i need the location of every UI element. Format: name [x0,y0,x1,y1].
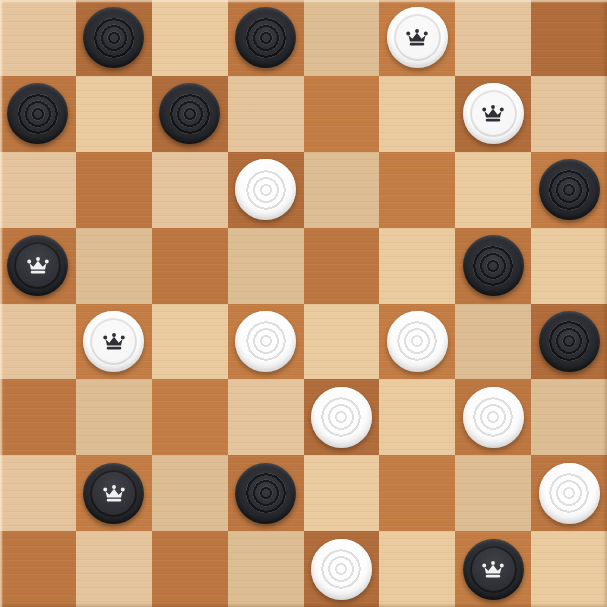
white-man-h2[interactable] [539,463,600,524]
square-c1[interactable] [152,531,228,607]
black-king-g1[interactable] [463,539,524,600]
square-b1[interactable] [76,531,152,607]
square-e8[interactable] [304,0,380,76]
square-d6[interactable] [228,152,304,228]
square-d8[interactable] [228,0,304,76]
square-e4[interactable] [304,304,380,380]
square-e1[interactable] [304,531,380,607]
black-man-a7[interactable] [7,83,68,144]
square-h8[interactable] [531,0,607,76]
crown-icon [102,484,126,503]
square-a1[interactable] [0,531,76,607]
crown-icon [26,256,50,275]
square-h7[interactable] [531,76,607,152]
square-c7[interactable] [152,76,228,152]
square-g7[interactable] [455,76,531,152]
square-h2[interactable] [531,455,607,531]
square-h3[interactable] [531,379,607,455]
black-man-d2[interactable] [235,463,296,524]
crown-icon [102,332,126,351]
crown-icon [481,560,505,579]
black-king-a5[interactable] [7,235,68,296]
square-h1[interactable] [531,531,607,607]
square-c8[interactable] [152,0,228,76]
square-f3[interactable] [379,379,455,455]
square-b2[interactable] [76,455,152,531]
square-d5[interactable] [228,228,304,304]
white-man-d4[interactable] [235,311,296,372]
square-b7[interactable] [76,76,152,152]
square-g8[interactable] [455,0,531,76]
square-g3[interactable] [455,379,531,455]
square-g5[interactable] [455,228,531,304]
square-g6[interactable] [455,152,531,228]
square-e5[interactable] [304,228,380,304]
square-a5[interactable] [0,228,76,304]
white-man-f4[interactable] [387,311,448,372]
square-b6[interactable] [76,152,152,228]
square-d3[interactable] [228,379,304,455]
square-a2[interactable] [0,455,76,531]
checkers-board [0,0,607,607]
square-c3[interactable] [152,379,228,455]
square-b5[interactable] [76,228,152,304]
black-man-d8[interactable] [235,7,296,68]
square-a8[interactable] [0,0,76,76]
square-c2[interactable] [152,455,228,531]
square-b4[interactable] [76,304,152,380]
square-f2[interactable] [379,455,455,531]
square-f5[interactable] [379,228,455,304]
square-c4[interactable] [152,304,228,380]
square-d2[interactable] [228,455,304,531]
square-e7[interactable] [304,76,380,152]
square-e2[interactable] [304,455,380,531]
square-c5[interactable] [152,228,228,304]
black-man-h4[interactable] [539,311,600,372]
white-king-g7[interactable] [463,83,524,144]
square-d4[interactable] [228,304,304,380]
square-g2[interactable] [455,455,531,531]
square-d1[interactable] [228,531,304,607]
square-a3[interactable] [0,379,76,455]
black-man-c7[interactable] [159,83,220,144]
crown-icon [405,28,429,47]
square-h4[interactable] [531,304,607,380]
white-man-e1[interactable] [311,539,372,600]
square-e3[interactable] [304,379,380,455]
black-man-g5[interactable] [463,235,524,296]
square-f6[interactable] [379,152,455,228]
square-h6[interactable] [531,152,607,228]
square-f4[interactable] [379,304,455,380]
white-man-d6[interactable] [235,159,296,220]
square-a7[interactable] [0,76,76,152]
square-f7[interactable] [379,76,455,152]
square-g4[interactable] [455,304,531,380]
black-man-b8[interactable] [83,7,144,68]
crown-icon [481,104,505,123]
square-b8[interactable] [76,0,152,76]
black-man-h6[interactable] [539,159,600,220]
square-f8[interactable] [379,0,455,76]
black-king-b2[interactable] [83,463,144,524]
white-king-b4[interactable] [83,311,144,372]
square-h5[interactable] [531,228,607,304]
square-a6[interactable] [0,152,76,228]
square-b3[interactable] [76,379,152,455]
white-man-e3[interactable] [311,387,372,448]
white-king-f8[interactable] [387,7,448,68]
square-c6[interactable] [152,152,228,228]
square-g1[interactable] [455,531,531,607]
square-d7[interactable] [228,76,304,152]
white-man-g3[interactable] [463,387,524,448]
square-a4[interactable] [0,304,76,380]
square-e6[interactable] [304,152,380,228]
square-f1[interactable] [379,531,455,607]
